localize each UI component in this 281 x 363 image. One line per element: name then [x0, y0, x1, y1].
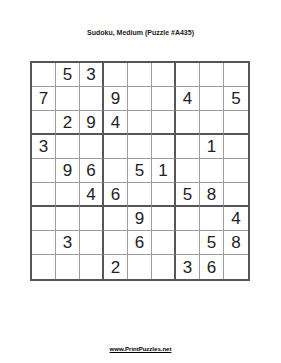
sudoku-board: 5379452943196514658943658236	[30, 61, 250, 281]
cell-r8c8[interactable]: 5	[200, 231, 224, 255]
cell-r2c5[interactable]	[128, 87, 152, 111]
cell-r3c1[interactable]	[32, 111, 56, 135]
cell-r8c4[interactable]	[104, 231, 128, 255]
cell-r4c9[interactable]	[224, 135, 248, 159]
cell-r3c4[interactable]: 4	[104, 111, 128, 135]
cell-r3c3[interactable]: 9	[80, 111, 104, 135]
cell-r9c1[interactable]	[32, 255, 56, 279]
cell-r2c6[interactable]	[152, 87, 176, 111]
cell-r9c4[interactable]: 2	[104, 255, 128, 279]
cell-r9c5[interactable]	[128, 255, 152, 279]
cell-r3c6[interactable]	[152, 111, 176, 135]
cell-r7c3[interactable]	[80, 207, 104, 231]
cell-r8c9[interactable]: 8	[224, 231, 248, 255]
cell-r3c7[interactable]	[176, 111, 200, 135]
cell-r7c5[interactable]: 9	[128, 207, 152, 231]
cell-r6c9[interactable]	[224, 183, 248, 207]
cell-r5c5[interactable]: 5	[128, 159, 152, 183]
footer-link[interactable]: www.PrintPuzzles.net	[110, 346, 172, 352]
cell-r6c1[interactable]	[32, 183, 56, 207]
cell-r6c6[interactable]	[152, 183, 176, 207]
cell-r5c9[interactable]	[224, 159, 248, 183]
cell-r4c8[interactable]: 1	[200, 135, 224, 159]
cell-r1c8[interactable]	[200, 63, 224, 87]
cell-r2c1[interactable]: 7	[32, 87, 56, 111]
cell-r4c4[interactable]	[104, 135, 128, 159]
cell-r8c5[interactable]: 6	[128, 231, 152, 255]
cell-r6c3[interactable]: 4	[80, 183, 104, 207]
cell-r6c7[interactable]: 5	[176, 183, 200, 207]
cell-r9c3[interactable]	[80, 255, 104, 279]
cell-r5c1[interactable]	[32, 159, 56, 183]
cell-r2c4[interactable]: 9	[104, 87, 128, 111]
cell-r1c6[interactable]	[152, 63, 176, 87]
cell-r7c4[interactable]	[104, 207, 128, 231]
cell-r2c3[interactable]	[80, 87, 104, 111]
cell-r2c7[interactable]: 4	[176, 87, 200, 111]
cell-r5c3[interactable]: 6	[80, 159, 104, 183]
cell-r8c6[interactable]	[152, 231, 176, 255]
cell-r3c9[interactable]	[224, 111, 248, 135]
cell-r9c2[interactable]	[56, 255, 80, 279]
cell-r7c6[interactable]	[152, 207, 176, 231]
cell-r5c7[interactable]	[176, 159, 200, 183]
cell-r9c7[interactable]: 3	[176, 255, 200, 279]
cell-r3c8[interactable]	[200, 111, 224, 135]
cell-r2c2[interactable]	[56, 87, 80, 111]
cell-r5c6[interactable]: 1	[152, 159, 176, 183]
cell-r6c8[interactable]: 8	[200, 183, 224, 207]
cell-r7c7[interactable]	[176, 207, 200, 231]
cell-r5c2[interactable]: 9	[56, 159, 80, 183]
cell-r4c6[interactable]	[152, 135, 176, 159]
cell-r3c2[interactable]: 2	[56, 111, 80, 135]
cell-r7c8[interactable]	[200, 207, 224, 231]
cell-r6c2[interactable]	[56, 183, 80, 207]
cell-r5c8[interactable]	[200, 159, 224, 183]
cell-r1c9[interactable]	[224, 63, 248, 87]
cell-r2c8[interactable]	[200, 87, 224, 111]
cell-r3c5[interactable]	[128, 111, 152, 135]
cell-r4c3[interactable]	[80, 135, 104, 159]
cell-r1c2[interactable]: 5	[56, 63, 80, 87]
cell-r4c1[interactable]: 3	[32, 135, 56, 159]
cell-r9c8[interactable]: 6	[200, 255, 224, 279]
cell-r1c1[interactable]	[32, 63, 56, 87]
cell-r1c7[interactable]	[176, 63, 200, 87]
footer: www.PrintPuzzles.net	[0, 337, 281, 355]
cell-r9c6[interactable]	[152, 255, 176, 279]
cell-r8c2[interactable]: 3	[56, 231, 80, 255]
cell-r9c9[interactable]	[224, 255, 248, 279]
cell-r1c5[interactable]	[128, 63, 152, 87]
cell-r1c3[interactable]: 3	[80, 63, 104, 87]
cell-r7c1[interactable]	[32, 207, 56, 231]
cell-r8c3[interactable]	[80, 231, 104, 255]
cell-r2c9[interactable]: 5	[224, 87, 248, 111]
page-title: Sudoku, Medium (Puzzle #A435)	[0, 29, 281, 36]
cell-r6c5[interactable]	[128, 183, 152, 207]
cell-r7c2[interactable]	[56, 207, 80, 231]
cell-r4c7[interactable]	[176, 135, 200, 159]
cell-r4c2[interactable]	[56, 135, 80, 159]
cell-r4c5[interactable]	[128, 135, 152, 159]
cell-r8c7[interactable]	[176, 231, 200, 255]
cell-r5c4[interactable]	[104, 159, 128, 183]
cell-r6c4[interactable]: 6	[104, 183, 128, 207]
cell-r7c9[interactable]: 4	[224, 207, 248, 231]
cell-r8c1[interactable]	[32, 231, 56, 255]
cell-r1c4[interactable]	[104, 63, 128, 87]
